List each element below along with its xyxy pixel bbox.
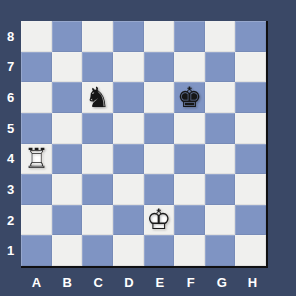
white-king[interactable]: ♔: [144, 205, 175, 236]
square-h4[interactable]: [235, 144, 266, 175]
square-b5[interactable]: [52, 113, 83, 144]
square-h3[interactable]: [235, 174, 266, 205]
rank-labels: 87654321: [0, 21, 21, 266]
square-f5[interactable]: [174, 113, 205, 144]
square-a8[interactable]: [21, 21, 52, 52]
black-king[interactable]: ♚: [174, 82, 205, 113]
chess-diagram: 87654321 ♞♚♜♖♚♔ ABCDEFGH: [0, 0, 296, 296]
square-f3[interactable]: [174, 174, 205, 205]
rank-label-6: 6: [0, 82, 21, 113]
square-f2[interactable]: [174, 205, 205, 236]
square-c6[interactable]: ♞: [82, 82, 113, 113]
square-b3[interactable]: [52, 174, 83, 205]
square-b7[interactable]: [52, 52, 83, 83]
black-knight[interactable]: ♞: [82, 82, 113, 113]
square-e2[interactable]: ♚♔: [144, 205, 175, 236]
file-label-c: C: [83, 270, 114, 294]
file-label-b: B: [52, 270, 83, 294]
square-c2[interactable]: [82, 205, 113, 236]
square-e8[interactable]: [144, 21, 175, 52]
square-e4[interactable]: [144, 144, 175, 175]
square-b6[interactable]: [52, 82, 83, 113]
square-a5[interactable]: [21, 113, 52, 144]
square-g3[interactable]: [205, 174, 236, 205]
file-labels: ABCDEFGH: [21, 270, 268, 294]
square-e6[interactable]: [144, 82, 175, 113]
square-g2[interactable]: [205, 205, 236, 236]
square-a2[interactable]: [21, 205, 52, 236]
file-label-d: D: [114, 270, 145, 294]
file-label-h: H: [237, 270, 268, 294]
rank-label-3: 3: [0, 174, 21, 205]
square-b1[interactable]: [52, 235, 83, 266]
square-e5[interactable]: [144, 113, 175, 144]
square-a6[interactable]: [21, 82, 52, 113]
square-f4[interactable]: [174, 144, 205, 175]
square-e3[interactable]: [144, 174, 175, 205]
square-d3[interactable]: [113, 174, 144, 205]
square-d4[interactable]: [113, 144, 144, 175]
square-b8[interactable]: [52, 21, 83, 52]
square-a7[interactable]: [21, 52, 52, 83]
square-g6[interactable]: [205, 82, 236, 113]
white-rook[interactable]: ♖: [21, 144, 52, 175]
rank-label-5: 5: [0, 113, 21, 144]
square-f1[interactable]: [174, 235, 205, 266]
square-d8[interactable]: [113, 21, 144, 52]
square-d7[interactable]: [113, 52, 144, 83]
square-d6[interactable]: [113, 82, 144, 113]
square-g1[interactable]: [205, 235, 236, 266]
square-c3[interactable]: [82, 174, 113, 205]
square-h7[interactable]: [235, 52, 266, 83]
square-e1[interactable]: [144, 235, 175, 266]
square-b4[interactable]: [52, 144, 83, 175]
file-label-g: G: [206, 270, 237, 294]
square-g8[interactable]: [205, 21, 236, 52]
square-d5[interactable]: [113, 113, 144, 144]
rank-label-1: 1: [0, 235, 21, 266]
file-label-e: E: [145, 270, 176, 294]
square-c7[interactable]: [82, 52, 113, 83]
rank-label-7: 7: [0, 52, 21, 83]
square-a3[interactable]: [21, 174, 52, 205]
square-h5[interactable]: [235, 113, 266, 144]
file-label-f: F: [175, 270, 206, 294]
square-f6[interactable]: ♚: [174, 82, 205, 113]
square-c5[interactable]: [82, 113, 113, 144]
square-d2[interactable]: [113, 205, 144, 236]
square-b2[interactable]: [52, 205, 83, 236]
rank-label-8: 8: [0, 21, 21, 52]
square-c8[interactable]: [82, 21, 113, 52]
square-e7[interactable]: [144, 52, 175, 83]
rank-label-4: 4: [0, 144, 21, 175]
square-h2[interactable]: [235, 205, 266, 236]
square-g5[interactable]: [205, 113, 236, 144]
square-f7[interactable]: [174, 52, 205, 83]
square-h1[interactable]: [235, 235, 266, 266]
square-h8[interactable]: [235, 21, 266, 52]
square-a4[interactable]: ♜♖: [21, 144, 52, 175]
square-c4[interactable]: [82, 144, 113, 175]
square-f8[interactable]: [174, 21, 205, 52]
square-d1[interactable]: [113, 235, 144, 266]
rank-label-2: 2: [0, 205, 21, 236]
file-label-a: A: [21, 270, 52, 294]
square-a1[interactable]: [21, 235, 52, 266]
square-g7[interactable]: [205, 52, 236, 83]
chess-board: ♞♚♜♖♚♔: [21, 21, 268, 268]
square-c1[interactable]: [82, 235, 113, 266]
square-h6[interactable]: [235, 82, 266, 113]
square-g4[interactable]: [205, 144, 236, 175]
